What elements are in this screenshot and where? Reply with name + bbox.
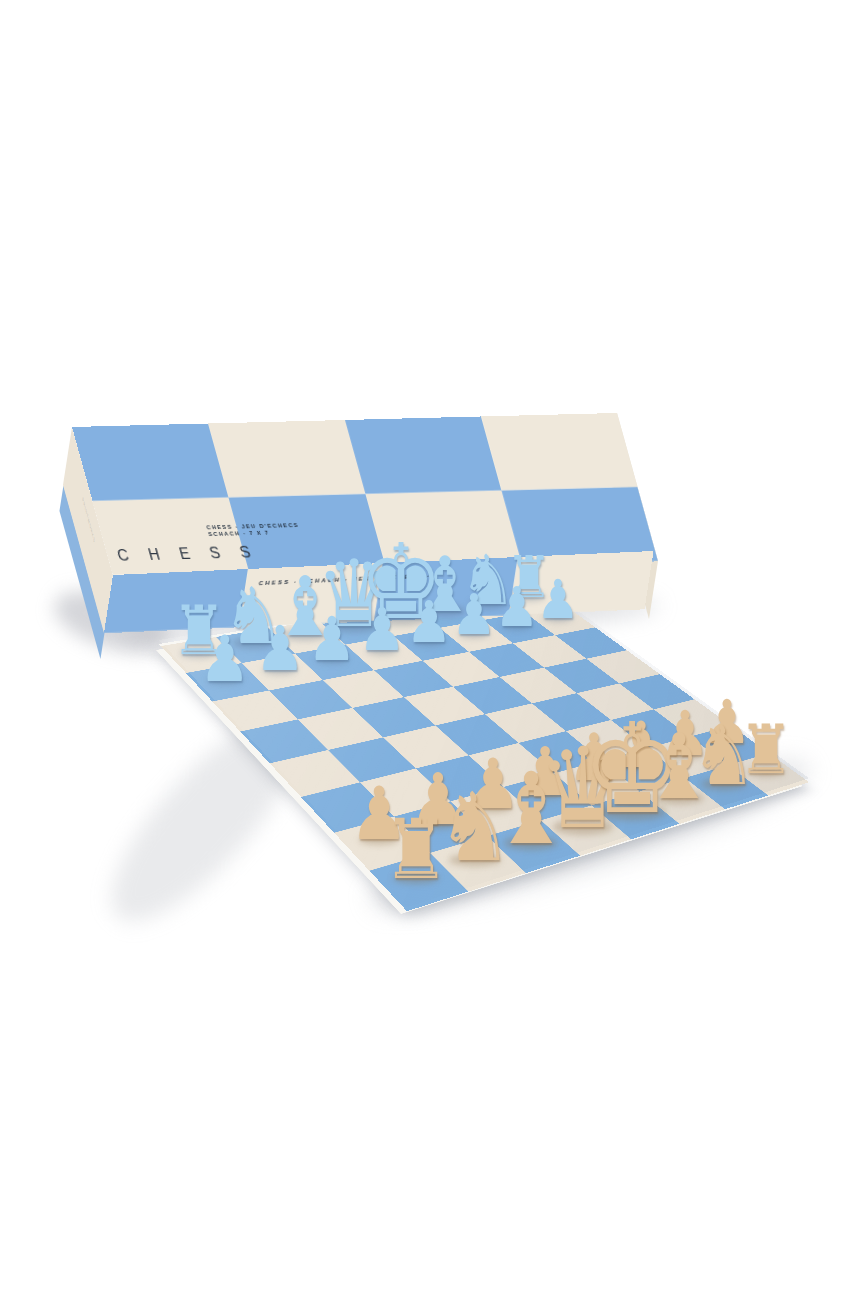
- box-front-check-3: [509, 551, 653, 615]
- box-front-check-0: [104, 569, 248, 633]
- chess-board: [159, 583, 809, 911]
- box-top-check-1: [208, 420, 365, 498]
- box-top-check-0: [72, 423, 229, 501]
- product-photo-scene: PRINTWORKS C H E S SCHESS · JEU D'ECHECS…: [0, 0, 855, 1290]
- box-front-check-1: [239, 563, 383, 627]
- box-top-check-2: [345, 416, 502, 494]
- box-top-check-6: [365, 490, 522, 568]
- box-front-check-2: [374, 557, 518, 621]
- box-top-small-text: CHESS · JEU D'ECHECS SCHACH · 7 X 7: [206, 522, 302, 538]
- box-top-check-3: [481, 413, 638, 491]
- box-lid-top: C H E S SCHESS · JEU D'ECHECS SCHACH · 7…: [72, 413, 658, 575]
- box-title: C H E S S: [115, 543, 260, 564]
